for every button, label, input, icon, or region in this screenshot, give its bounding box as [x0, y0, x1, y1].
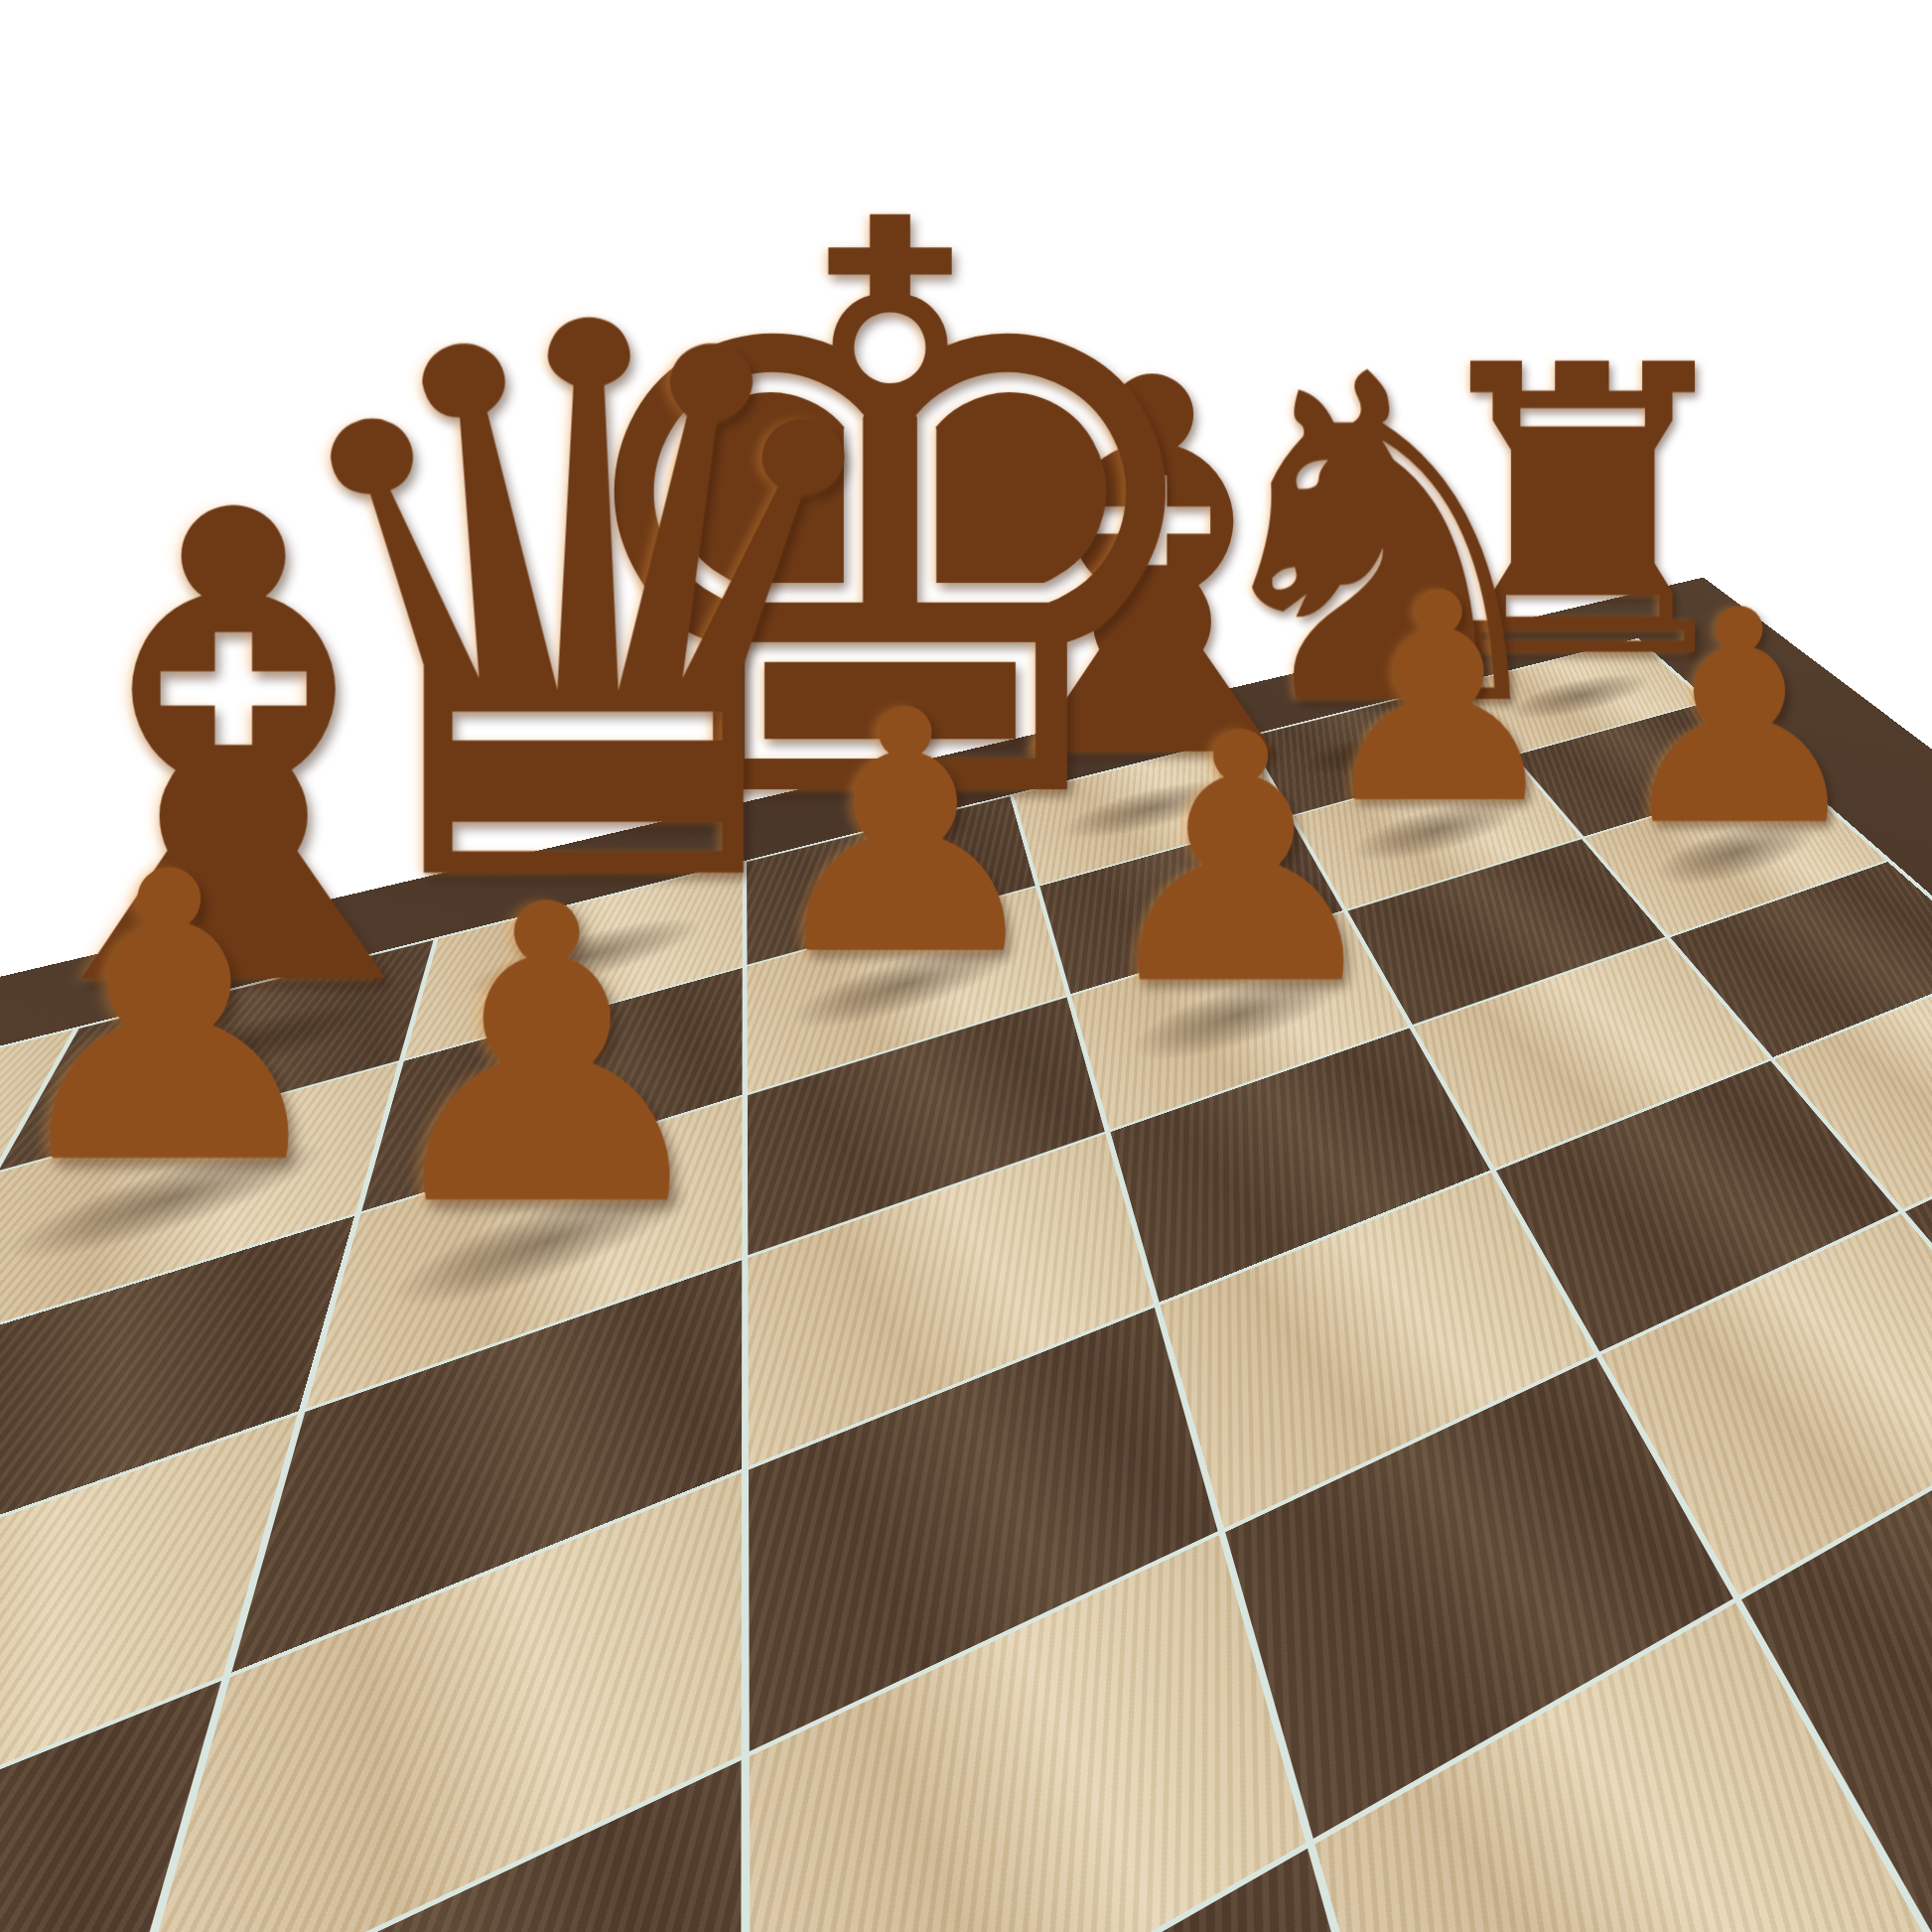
perspective-wrapper: ♝♛♚♝♞♜♟♟♟♟♟♟ [0, 0, 1932, 1932]
chess-photo-scene: ♝♛♚♝♞♜♟♟♟♟♟♟ [0, 0, 1932, 1932]
square-h6[interactable]: ♟ [1586, 775, 1886, 936]
black-pawn-c7[interactable]: ♟ [0, 837, 347, 1203]
black-pawn-e7[interactable]: ♟ [756, 680, 1055, 988]
black-pawn-d6[interactable]: ♟ [362, 869, 731, 1246]
black-pawn-f6[interactable]: ♟ [1087, 702, 1395, 1018]
board-squares: ♝♛♚♝♞♜♟♟♟♟♟♟ [0, 0, 1932, 1752]
chess-board: ♝♛♚♝♞♜♟♟♟♟♟♟ [0, 0, 1932, 1809]
black-pawn-h6[interactable]: ♟ [1607, 583, 1871, 854]
